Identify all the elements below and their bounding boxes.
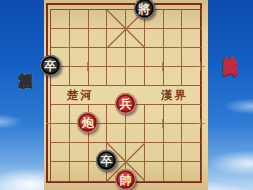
right-watermark-text: 绝妙实用残局 xyxy=(222,45,236,52)
xiangqi-board[interactable]: 楚河 漢界 將卒兵炮卒帥 xyxy=(44,0,208,190)
red-soldier-glyph: 兵 xyxy=(119,98,131,110)
black-soldier-b-piece[interactable]: 卒 xyxy=(96,150,117,171)
black-soldier-a-piece[interactable]: 卒 xyxy=(40,55,61,76)
black-soldier-b-glyph: 卒 xyxy=(101,155,113,167)
red-cannon-glyph: 炮 xyxy=(82,117,94,129)
pieces-layer: 將卒兵炮卒帥 xyxy=(41,0,210,190)
red-soldier-piece[interactable]: 兵 xyxy=(115,93,136,114)
black-general-glyph: 將 xyxy=(138,3,150,15)
red-general-glyph: 帥 xyxy=(119,174,131,186)
black-soldier-a-glyph: 卒 xyxy=(44,60,56,72)
black-general-piece[interactable]: 將 xyxy=(134,0,155,19)
left-watermark-text: 刘博主象棋 xyxy=(19,60,33,65)
screenshot-root: 刘博主象棋 绝妙实用残局 楚河 漢界 將卒兵炮卒帥 xyxy=(0,0,253,190)
red-cannon-piece[interactable]: 炮 xyxy=(77,112,98,133)
red-general-piece[interactable]: 帥 xyxy=(115,169,136,190)
